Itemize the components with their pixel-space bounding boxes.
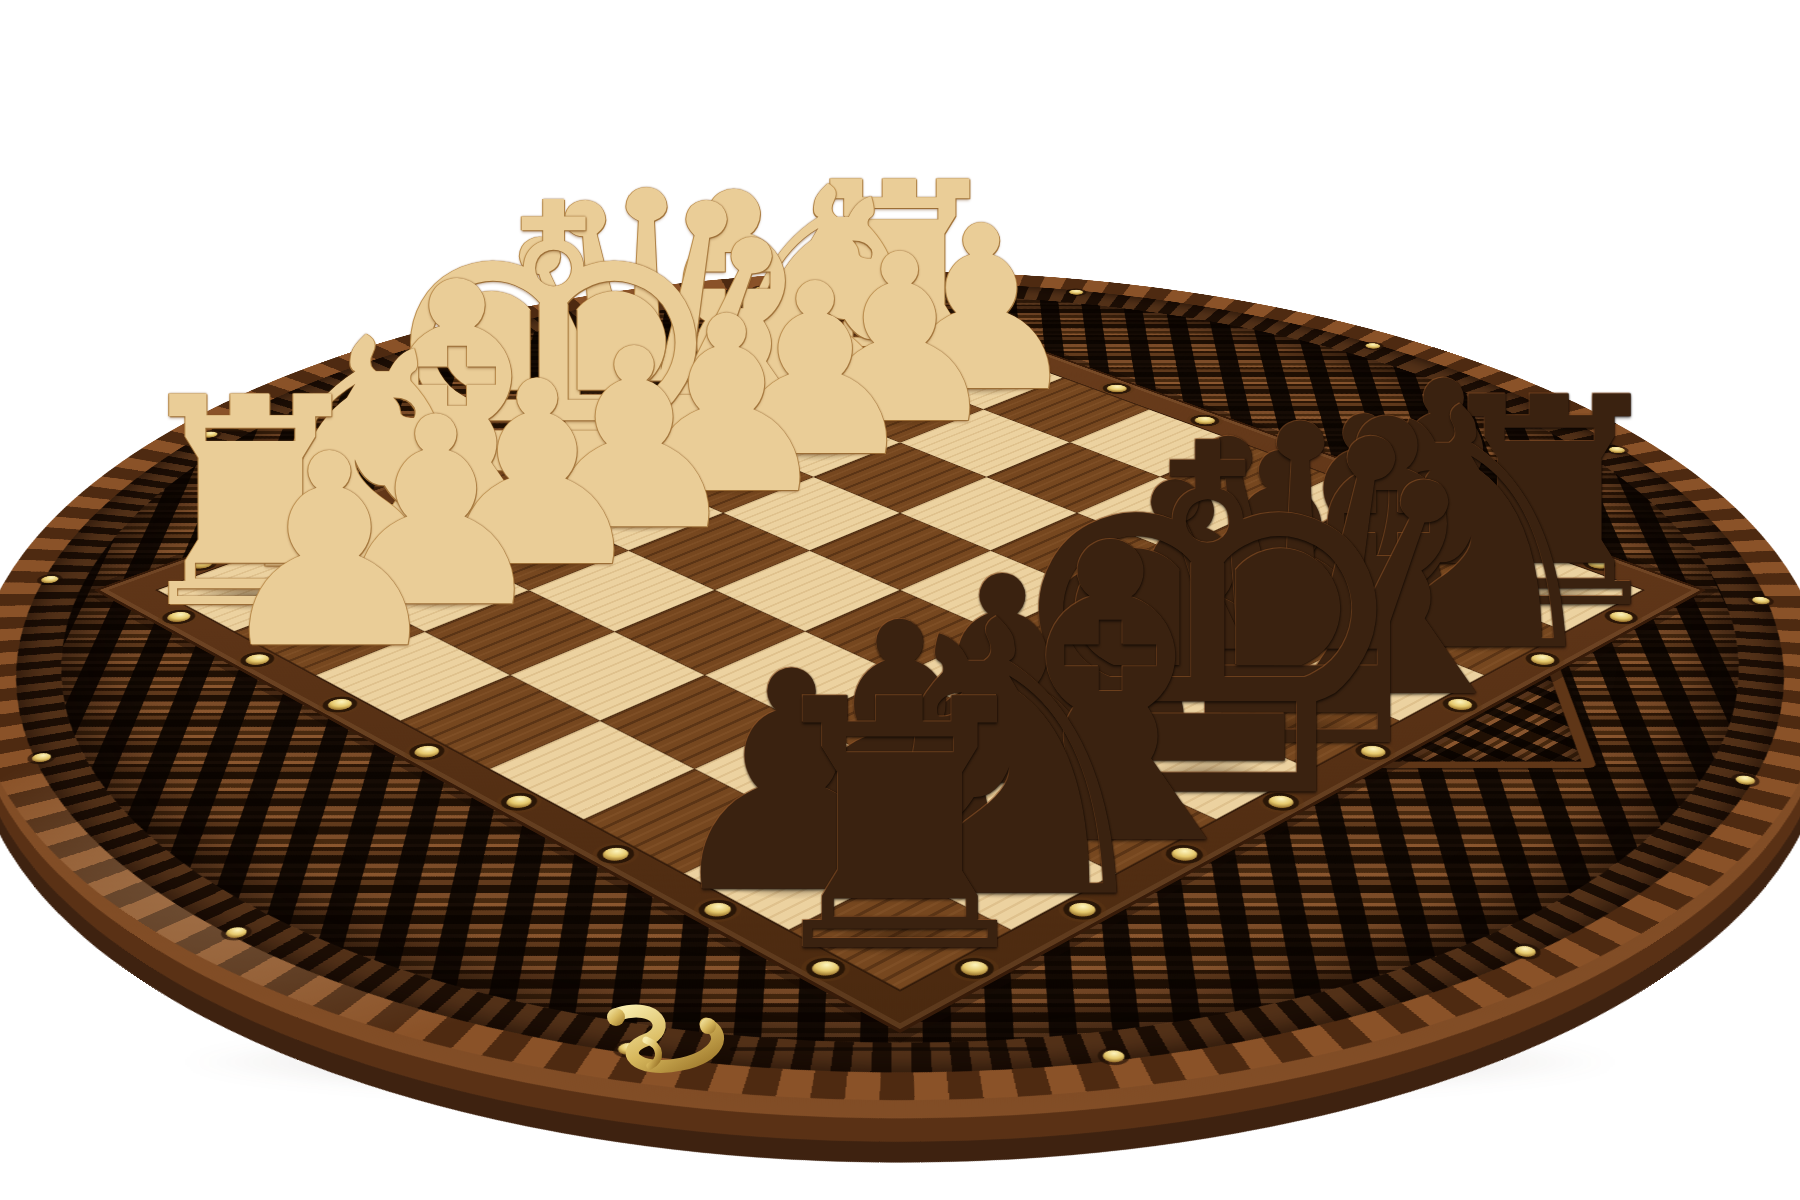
brass-screw [410, 744, 444, 760]
brass-clasp-icon [596, 1002, 746, 1088]
photo-stage: ♜♞♝♛♚♝♞♜♟♟♟♟♟♟♟♟♜♞♝♛♚♝♞♜♟♟♟♟♟♟♟♟ [0, 0, 1800, 1200]
piece-white-pawn[interactable]: ♟ [210, 420, 448, 686]
piece-black-rook[interactable]: ♜ [745, 655, 1054, 1000]
brass-screw [501, 793, 536, 810]
fold-seam [730, 1047, 1048, 1051]
brass-screw [598, 845, 634, 863]
